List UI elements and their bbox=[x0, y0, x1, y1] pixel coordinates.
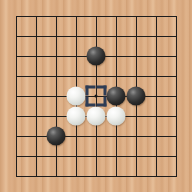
go-board[interactable] bbox=[0, 0, 192, 192]
black-stone bbox=[87, 47, 106, 66]
black-stone bbox=[127, 87, 146, 106]
marker-corner-tl bbox=[86, 86, 96, 96]
black-stone bbox=[107, 87, 126, 106]
stones-layer bbox=[0, 0, 192, 192]
marker-corner-tr bbox=[97, 86, 107, 96]
marker-corner-bl bbox=[86, 97, 96, 107]
white-stone bbox=[67, 87, 86, 106]
white-stone bbox=[67, 107, 86, 126]
white-stone bbox=[107, 107, 126, 126]
white-stone bbox=[87, 107, 106, 126]
black-stone bbox=[47, 127, 66, 146]
marker-corner-br bbox=[97, 97, 107, 107]
highlighted-point-marker bbox=[86, 86, 107, 107]
